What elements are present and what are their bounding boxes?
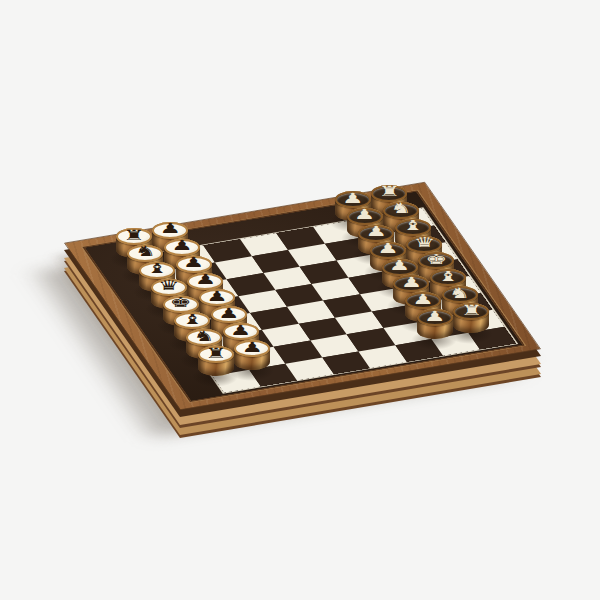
disc-top: ♟ <box>417 309 453 326</box>
king-icon: ♚ <box>170 296 192 310</box>
pawn-icon: ♟ <box>195 273 217 287</box>
disc-top: ♝ <box>139 262 175 279</box>
disc-top: ♛ <box>151 279 187 296</box>
pawn-icon: ♟ <box>171 239 193 253</box>
disc-top: ♛ <box>406 236 442 253</box>
disc-top: ♟ <box>335 191 371 208</box>
disc-top: ♟ <box>223 323 259 340</box>
pawn-icon: ♟ <box>183 256 205 270</box>
knight-icon: ♞ <box>449 286 471 300</box>
rook-icon: ♜ <box>378 185 400 199</box>
pawn-icon: ♟ <box>342 191 364 205</box>
pawn-icon: ♟ <box>230 323 252 337</box>
disc-top: ♜ <box>371 185 407 202</box>
disc-top: ♟ <box>211 306 247 323</box>
disc-top: ♟ <box>370 242 406 259</box>
scene: Angled overhead view of a square wooden … <box>0 0 600 600</box>
disc-top: ♜ <box>116 228 152 245</box>
king-icon: ♚ <box>425 253 447 267</box>
rook-icon: ♜ <box>205 347 227 361</box>
disc-top: ♟ <box>187 273 223 290</box>
rook-icon: ♜ <box>461 303 483 317</box>
knight-icon: ♞ <box>193 330 215 344</box>
queen-icon: ♛ <box>158 279 180 293</box>
pawn-icon: ♟ <box>242 340 264 354</box>
pawn-icon: ♟ <box>354 208 376 222</box>
pawn-icon: ♟ <box>206 290 228 304</box>
knight-icon: ♞ <box>390 202 412 216</box>
disc-top: ♚ <box>163 296 199 313</box>
pawn-icon: ♟ <box>377 242 399 256</box>
pawn-icon: ♟ <box>365 225 387 239</box>
pawn-icon: ♟ <box>389 259 411 273</box>
pawn-icon: ♟ <box>159 222 181 236</box>
disc-top: ♝ <box>395 219 431 236</box>
bishop-icon: ♝ <box>182 313 204 327</box>
disc-top: ♞ <box>383 202 419 219</box>
disc-top: ♟ <box>382 259 418 276</box>
pawn-icon: ♟ <box>218 307 240 321</box>
bishop-icon: ♝ <box>402 219 424 233</box>
knight-icon: ♞ <box>135 245 157 259</box>
disc-top: ♟ <box>347 208 383 225</box>
disc-top: ♞ <box>442 286 478 303</box>
queen-icon: ♛ <box>414 236 436 250</box>
pawn-icon: ♟ <box>401 276 423 290</box>
bishop-icon: ♝ <box>146 262 168 276</box>
rook-icon: ♜ <box>123 228 145 242</box>
pawn-icon: ♟ <box>412 293 434 307</box>
disc-top: ♟ <box>152 222 188 239</box>
disc-top: ♞ <box>127 245 163 262</box>
disc-top: ♟ <box>164 239 200 256</box>
pawn-icon: ♟ <box>424 310 446 324</box>
disc-top: ♜ <box>198 346 234 363</box>
disc-top: ♟ <box>358 225 394 242</box>
disc-top: ♟ <box>176 256 212 273</box>
bishop-icon: ♝ <box>437 270 459 284</box>
